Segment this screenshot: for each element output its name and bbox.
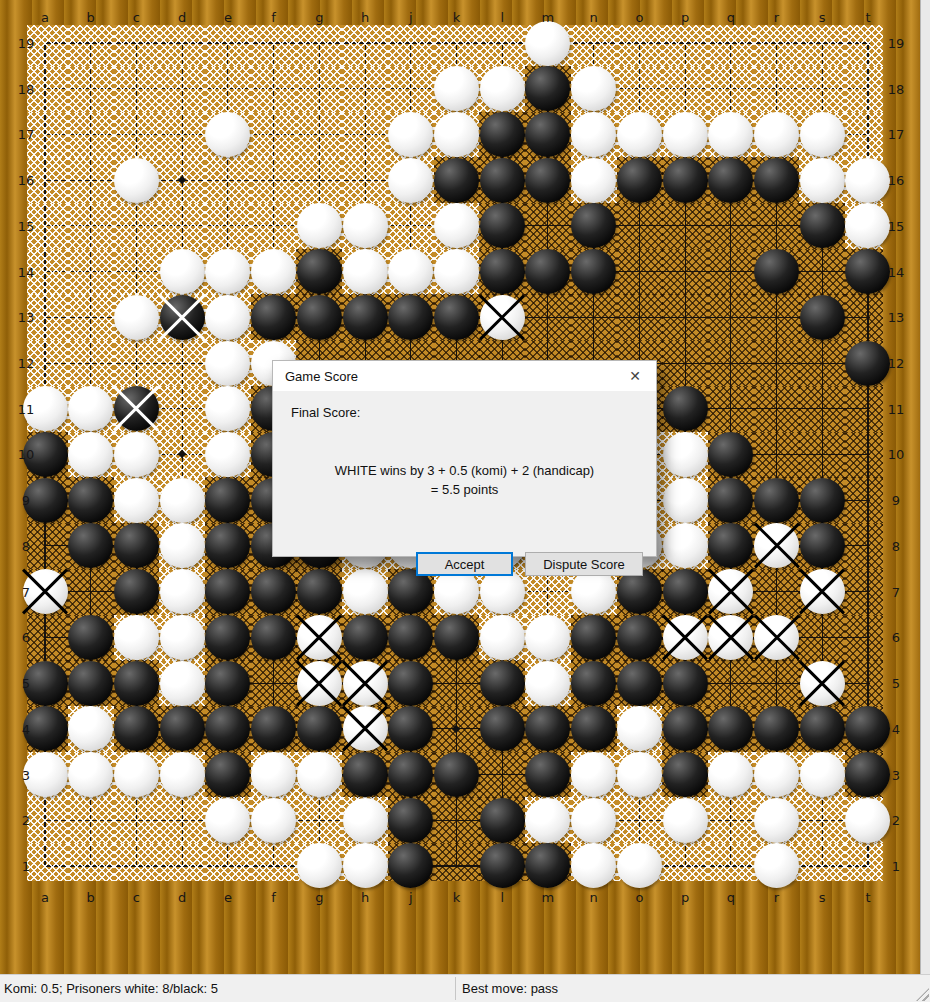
black-stone[interactable] [68,615,113,660]
score-line-2: = 5.5 points [273,480,656,499]
territory-cell [68,25,114,66]
white-stone[interactable] [617,752,662,797]
black-stone[interactable] [343,615,388,660]
black-stone[interactable] [480,249,525,294]
white-stone[interactable] [845,203,890,248]
white-stone[interactable] [571,158,616,203]
black-stone[interactable] [388,661,433,706]
game-score-dialog: Game Score ✕ Final Score: WHITE wins by … [272,360,657,557]
territory-cell [799,843,845,881]
white-stone[interactable] [160,661,205,706]
black-stone[interactable] [754,249,799,294]
white-stone[interactable] [617,706,662,751]
black-stone[interactable] [845,706,890,751]
resize-grip[interactable] [916,988,929,1001]
black-stone[interactable] [434,158,479,203]
black-stone[interactable] [663,158,708,203]
territory-cell [251,843,297,881]
coord-label-left: 17 [18,127,35,142]
black-stone[interactable] [480,706,525,751]
territory-cell [708,249,754,295]
territory-cell [799,249,845,295]
dispute-score-button[interactable]: Dispute Score [525,552,643,576]
black-stone[interactable] [663,569,708,614]
white-stone-dead-marked[interactable] [800,569,845,614]
territory-cell [662,203,708,249]
white-stone-dead-marked[interactable] [708,615,753,660]
white-stone-dead-marked[interactable] [754,523,799,568]
territory-cell [845,477,883,523]
black-stone[interactable] [617,158,662,203]
territory-cell [159,843,205,881]
coord-label-left: 3 [22,767,30,782]
black-stone[interactable] [480,661,525,706]
coord-label-right: 15 [888,218,905,233]
white-stone-dead-marked[interactable] [480,295,525,340]
coord-label-top: q [727,10,735,25]
black-stone[interactable] [251,295,296,340]
white-stone[interactable] [800,158,845,203]
black-stone[interactable] [434,752,479,797]
territory-cell [251,660,297,706]
white-stone[interactable] [343,843,388,888]
white-stone[interactable] [388,158,433,203]
territory-cell [571,294,617,340]
territory-cell [662,843,708,881]
white-stone[interactable] [480,66,525,111]
black-stone[interactable] [480,798,525,843]
white-stone[interactable] [343,569,388,614]
territory-cell [845,660,883,706]
territory-cell [68,569,114,615]
white-stone-dead-marked[interactable] [297,661,342,706]
black-stone[interactable] [343,752,388,797]
coord-label-top: h [361,10,369,25]
black-stone[interactable] [663,752,708,797]
coord-label-bottom: c [133,890,140,905]
window-edge-strip [920,0,930,975]
white-stone[interactable] [571,112,616,157]
white-stone-dead-marked[interactable] [297,615,342,660]
black-stone[interactable] [754,158,799,203]
territory-cell [342,157,388,203]
coord-label-right: 19 [888,36,905,51]
coord-label-top: f [271,10,276,25]
territory-cell [845,843,883,881]
territory-cell [708,797,754,843]
territory-cell [114,249,160,295]
territory-cell [68,112,114,158]
white-stone[interactable] [617,112,662,157]
black-stone[interactable] [617,661,662,706]
coord-label-top: s [819,10,826,25]
white-stone[interactable] [297,752,342,797]
white-stone[interactable] [160,752,205,797]
black-stone[interactable] [205,661,250,706]
black-stone[interactable] [480,843,525,888]
white-stone[interactable] [160,249,205,294]
territory-cell [845,432,883,478]
black-stone[interactable] [800,203,845,248]
white-stone[interactable] [343,798,388,843]
black-stone[interactable] [68,478,113,523]
black-stone-dead-marked[interactable] [160,295,205,340]
territory-cell [799,340,845,386]
white-stone[interactable] [525,661,570,706]
status-divider [455,977,456,1000]
black-stone[interactable] [343,295,388,340]
black-stone[interactable] [754,478,799,523]
coord-label-top: p [681,10,689,25]
white-stone[interactable] [205,112,250,157]
white-stone[interactable] [754,798,799,843]
territory-cell [434,843,480,881]
territory-cell [571,25,617,66]
white-stone[interactable] [480,615,525,660]
black-stone[interactable] [571,661,616,706]
black-stone[interactable] [388,295,433,340]
black-stone[interactable] [663,386,708,431]
coord-label-left: 8 [22,538,30,553]
white-stone[interactable] [571,843,616,888]
territory-cell [662,340,708,386]
white-stone[interactable] [663,478,708,523]
coord-label-bottom: r [774,890,779,905]
territory-cell [159,112,205,158]
white-stone[interactable] [525,615,570,660]
white-stone[interactable] [160,569,205,614]
territory-cell [68,843,114,881]
white-stone[interactable] [434,66,479,111]
black-stone[interactable] [388,843,433,888]
black-stone[interactable] [434,295,479,340]
territory-cell [68,66,114,112]
close-icon[interactable]: ✕ [614,361,656,391]
territory-cell [708,386,754,432]
white-stone-dead-marked[interactable] [754,615,799,660]
coord-label-left: 11 [18,401,35,416]
territory-cell [159,25,205,66]
black-stone[interactable] [663,661,708,706]
coord-label-bottom: p [681,890,689,905]
territory-cell [617,294,663,340]
white-stone[interactable] [754,843,799,888]
coord-label-bottom: m [542,890,555,905]
coord-label-top: e [224,10,232,25]
white-stone[interactable] [114,478,159,523]
white-stone[interactable] [114,615,159,660]
territory-cell [845,569,883,615]
black-stone[interactable] [800,706,845,751]
territory-cell [68,203,114,249]
coord-label-bottom: k [453,890,461,905]
white-stone[interactable] [68,752,113,797]
white-stone[interactable] [114,432,159,477]
white-stone[interactable] [343,203,388,248]
black-stone[interactable] [845,341,890,386]
territory-cell [296,66,342,112]
white-stone[interactable] [68,432,113,477]
status-bar: Komi: 0.5; Prisoners white: 8/black: 5 B… [0,974,930,1002]
black-stone[interactable] [754,706,799,751]
territory-cell [617,66,663,112]
territory-cell [799,615,845,661]
coord-label-bottom: q [727,890,735,905]
white-stone-dead-marked[interactable] [343,661,388,706]
black-stone[interactable] [114,661,159,706]
territory-cell [251,157,297,203]
coord-label-top: o [635,10,643,25]
white-stone[interactable] [160,523,205,568]
white-stone[interactable] [160,478,205,523]
territory-cell [114,797,160,843]
white-stone[interactable] [617,843,662,888]
coord-label-right: 7 [892,584,900,599]
coord-label-bottom: t [865,890,870,905]
territory-cell [342,25,388,66]
territory-cell [845,294,883,340]
territory-cell [114,66,160,112]
black-stone[interactable] [525,158,570,203]
territory-cell [434,660,480,706]
black-stone[interactable] [114,569,159,614]
coord-label-right: 12 [888,356,905,371]
territory-cell [845,112,883,158]
territory-cell [845,615,883,661]
black-stone[interactable] [297,569,342,614]
white-stone[interactable] [754,752,799,797]
white-stone[interactable] [525,21,570,66]
coord-label-top: g [315,10,323,25]
territory-cell [251,203,297,249]
black-stone[interactable] [525,843,570,888]
black-stone[interactable] [708,432,753,477]
coord-label-right: 18 [888,81,905,96]
white-stone[interactable] [297,843,342,888]
coord-label-bottom: a [41,890,49,905]
white-stone[interactable] [800,112,845,157]
black-stone[interactable] [663,706,708,751]
territory-cell [754,340,800,386]
accept-button[interactable]: Accept [416,552,513,576]
coord-label-left: 12 [18,356,35,371]
territory-cell [251,112,297,158]
score-text: WHITE wins by 3 + 0.5 (komi) + 2 (handic… [273,461,656,499]
white-stone[interactable] [160,615,205,660]
white-stone[interactable] [571,752,616,797]
white-stone[interactable] [434,249,479,294]
status-best-move: Best move: pass [462,975,558,1002]
coord-label-top: c [133,10,140,25]
coord-label-left: 10 [18,447,35,462]
black-stone[interactable] [251,615,296,660]
territory-cell [205,66,251,112]
white-stone[interactable] [297,203,342,248]
dialog-titlebar[interactable]: Game Score ✕ [273,361,656,391]
territory-cell [799,432,845,478]
territory-cell [114,340,160,386]
territory-cell [845,386,883,432]
territory-cell [799,25,845,66]
territory-cell [799,797,845,843]
coord-label-bottom: h [361,890,369,905]
territory-cell [708,660,754,706]
coord-label-bottom: e [224,890,232,905]
territory-cell [159,797,205,843]
white-stone[interactable] [571,798,616,843]
black-stone[interactable] [205,478,250,523]
coord-label-right: 16 [888,173,905,188]
white-stone[interactable] [114,158,159,203]
black-stone[interactable] [571,615,616,660]
black-stone[interactable] [571,249,616,294]
territory-cell [662,249,708,295]
white-stone[interactable] [205,295,250,340]
territory-cell [388,203,434,249]
territory-cell [27,523,68,569]
coord-label-bottom: f [271,890,276,905]
final-score-label: Final Score: [291,405,360,420]
territory-cell [68,797,114,843]
black-stone[interactable] [800,295,845,340]
black-stone[interactable] [114,706,159,751]
white-stone[interactable] [388,112,433,157]
white-stone[interactable] [708,112,753,157]
black-stone[interactable] [480,158,525,203]
white-stone[interactable] [114,295,159,340]
black-stone[interactable] [297,295,342,340]
white-stone-dead-marked[interactable] [800,661,845,706]
territory-cell [68,249,114,295]
black-stone[interactable] [388,798,433,843]
black-stone[interactable] [480,112,525,157]
territory-cell [205,203,251,249]
white-stone[interactable] [800,752,845,797]
white-stone[interactable] [663,112,708,157]
white-stone[interactable] [251,249,296,294]
black-stone[interactable] [708,158,753,203]
white-stone[interactable] [845,158,890,203]
black-stone[interactable] [845,752,890,797]
black-stone[interactable] [800,478,845,523]
coord-label-bottom: o [635,890,643,905]
black-stone[interactable] [617,615,662,660]
coord-label-right: 3 [892,767,900,782]
territory-cell [708,843,754,881]
territory-cell [845,523,883,569]
black-stone[interactable] [708,478,753,523]
territory-cell [754,203,800,249]
black-stone[interactable] [388,752,433,797]
territory-cell [754,294,800,340]
coord-label-left: 13 [18,310,35,325]
white-stone[interactable] [845,798,890,843]
territory-cell [114,112,160,158]
coord-label-right: 9 [892,493,900,508]
territory-cell [662,294,708,340]
black-stone[interactable] [845,249,890,294]
territory-cell [754,25,800,66]
black-stone-dead-marked[interactable] [114,386,159,431]
territory-cell [342,66,388,112]
coord-label-right: 8 [892,538,900,553]
white-stone[interactable] [663,432,708,477]
black-stone[interactable] [251,569,296,614]
black-stone[interactable] [800,523,845,568]
coord-label-left: 9 [22,493,30,508]
coord-label-top: m [542,10,555,25]
territory-cell [251,66,297,112]
territory-cell [296,112,342,158]
white-stone-dead-marked[interactable] [663,615,708,660]
territory-cell [845,66,883,112]
black-stone[interactable] [480,203,525,248]
black-stone[interactable] [388,615,433,660]
territory-cell [708,203,754,249]
black-stone[interactable] [160,706,205,751]
white-stone[interactable] [754,112,799,157]
white-stone[interactable] [434,112,479,157]
coord-label-bottom: j [409,890,413,905]
white-stone[interactable] [708,752,753,797]
black-stone[interactable] [297,249,342,294]
coord-label-right: 5 [892,676,900,691]
coord-label-bottom: s [819,890,826,905]
white-stone-dead-marked[interactable] [708,569,753,614]
territory-cell [845,25,883,66]
white-stone[interactable] [343,249,388,294]
territory-cell [708,294,754,340]
dialog-title: Game Score [273,369,358,384]
coord-label-top: n [590,10,598,25]
black-stone[interactable] [297,706,342,751]
white-stone[interactable] [251,752,296,797]
coord-label-left: 1 [22,858,30,873]
territory-cell [114,843,160,881]
white-stone[interactable] [251,798,296,843]
coord-label-right: 14 [888,264,905,279]
white-stone[interactable] [663,523,708,568]
coord-label-right: 13 [888,310,905,325]
territory-cell [434,25,480,66]
coord-label-top: j [409,10,413,25]
territory-cell [159,203,205,249]
coord-label-left: 14 [18,264,35,279]
territory-cell [205,157,251,203]
black-stone[interactable] [434,615,479,660]
coord-label-top: b [87,10,95,25]
territory-cell [114,203,160,249]
territory-cell [708,25,754,66]
territory-cell [708,340,754,386]
white-stone[interactable] [663,798,708,843]
coord-label-top: t [865,10,870,25]
white-stone-dead-marked[interactable] [343,706,388,751]
black-stone[interactable] [68,661,113,706]
territory-cell [159,340,205,386]
white-stone[interactable] [205,341,250,386]
territory-cell [662,25,708,66]
black-stone[interactable] [205,615,250,660]
white-stone[interactable] [205,798,250,843]
territory-cell [68,157,114,203]
coord-label-left: 19 [18,36,35,51]
coord-label-right: 17 [888,127,905,142]
territory-cell [479,752,525,798]
territory-cell [754,569,800,615]
white-stone[interactable] [114,752,159,797]
white-stone[interactable] [525,798,570,843]
